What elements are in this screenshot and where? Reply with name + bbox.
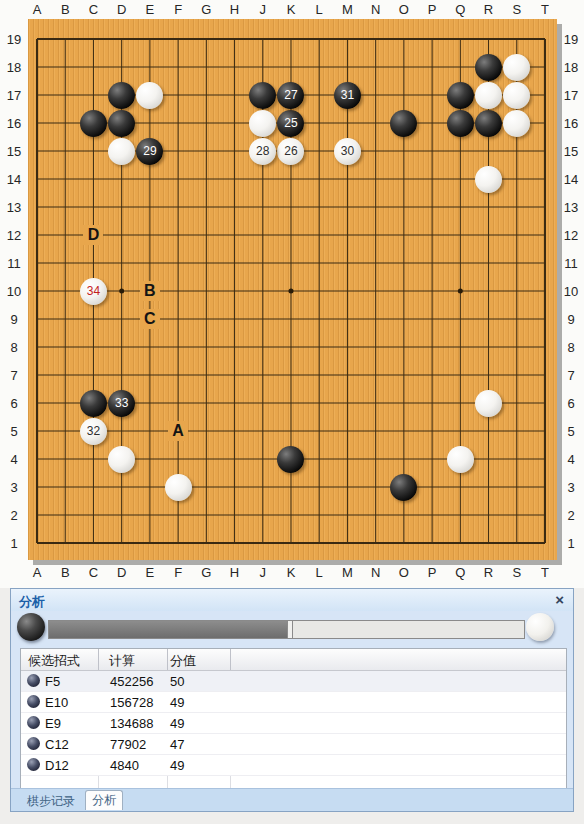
header-cell-score: 分值	[170, 652, 196, 670]
stone-white: 32	[80, 418, 107, 445]
stone-white: 30	[334, 138, 361, 165]
stones-grid: ABCD25262728293031323334	[23, 25, 559, 557]
black-stone-icon	[27, 674, 40, 687]
row-label: 14	[559, 172, 583, 187]
row-label: 16	[2, 116, 26, 131]
column-label: H	[230, 2, 239, 17]
row-label: 10	[559, 284, 583, 299]
column-label: H	[230, 565, 239, 580]
column-label: C	[89, 2, 98, 17]
table-row-E10[interactable]: E1015672849	[21, 692, 566, 713]
tab-strip: 棋步记录 分析	[11, 788, 573, 811]
column-label: R	[484, 2, 493, 17]
row-label: 9	[2, 312, 26, 327]
column-label: B	[61, 2, 70, 17]
winrate-bar-fill	[49, 621, 289, 638]
board-section: ABCDEFGHJKLMNOPQRST ABCDEFGHJKLMNOPQRST …	[0, 0, 584, 588]
move-cell: F5	[45, 674, 60, 689]
winrate-bar	[48, 620, 525, 639]
column-label: L	[316, 2, 323, 17]
panel-title: 分析	[19, 593, 45, 611]
move-cell: E10	[45, 695, 68, 710]
score-cell: 49	[170, 695, 184, 710]
column-label: Q	[455, 2, 465, 17]
black-stone-icon	[17, 613, 45, 641]
stone-black	[80, 390, 107, 417]
analysis-panel: 分析 × 候选招式 计算 分值 F545225650E1015672849E91…	[10, 588, 574, 812]
row-label: 15	[559, 144, 583, 159]
stone-white: 28	[249, 138, 276, 165]
black-stone-icon	[27, 716, 40, 729]
column-label: O	[399, 565, 409, 580]
column-label: Q	[455, 565, 465, 580]
stone-white	[475, 166, 502, 193]
column-label: R	[484, 565, 493, 580]
row-label: 6	[559, 396, 583, 411]
stone-white	[503, 54, 530, 81]
stone-black	[277, 446, 304, 473]
visits-cell: 77902	[110, 737, 146, 752]
column-label: D	[117, 565, 126, 580]
column-label: D	[117, 2, 126, 17]
stone-white: 34	[80, 278, 107, 305]
header-cell-calc: 计算	[109, 652, 135, 670]
column-label: E	[146, 565, 155, 580]
black-stone-icon	[27, 758, 40, 771]
row-label: 19	[2, 32, 26, 47]
row-label: 17	[559, 88, 583, 103]
stone-number: 34	[87, 285, 100, 297]
score-cell: 49	[170, 716, 184, 731]
column-label: O	[399, 2, 409, 17]
row-label: 19	[559, 32, 583, 47]
row-label: 6	[2, 396, 26, 411]
column-label: J	[260, 2, 267, 17]
stone-black	[447, 110, 474, 137]
row-label: 7	[2, 368, 26, 383]
row-label: 18	[2, 60, 26, 75]
column-label: A	[33, 565, 42, 580]
column-label: C	[89, 565, 98, 580]
row-label: 2	[559, 508, 583, 523]
stone-black	[249, 82, 276, 109]
row-label: 4	[2, 452, 26, 467]
stone-white	[249, 110, 276, 137]
black-stone-icon	[27, 695, 40, 708]
bottom-strip	[0, 812, 584, 824]
stone-white	[447, 446, 474, 473]
row-label: 15	[2, 144, 26, 159]
column-label: J	[260, 565, 267, 580]
column-label: N	[371, 565, 380, 580]
stone-number: 28	[256, 145, 269, 157]
visits-cell: 4840	[110, 758, 139, 773]
row-label: 14	[2, 172, 26, 187]
close-icon[interactable]: ×	[555, 591, 564, 608]
column-label: T	[541, 2, 549, 17]
panel-titlebar: 分析 ×	[11, 589, 573, 611]
stone-white	[136, 82, 163, 109]
column-label: M	[342, 565, 353, 580]
stone-black	[108, 82, 135, 109]
stone-number: 33	[115, 397, 128, 409]
visits-cell: 156728	[110, 695, 153, 710]
move-cell: D12	[45, 758, 69, 773]
go-board[interactable]: ABCD25262728293031323334	[28, 19, 557, 560]
score-cell: 47	[170, 737, 184, 752]
column-label: S	[512, 565, 521, 580]
row-label: 11	[559, 256, 583, 271]
row-label: 18	[559, 60, 583, 75]
row-label: 3	[559, 480, 583, 495]
visits-cell: 134688	[110, 716, 153, 731]
column-label: L	[316, 565, 323, 580]
stone-white	[108, 138, 135, 165]
row-label: 8	[559, 340, 583, 355]
column-label: B	[61, 565, 70, 580]
header-divider	[98, 649, 99, 670]
header-cell-move: 候选招式	[28, 652, 80, 670]
row-label: 16	[559, 116, 583, 131]
stone-black: 33	[108, 390, 135, 417]
row-label: 3	[2, 480, 26, 495]
move-label-D: D	[83, 225, 103, 245]
column-label: P	[428, 2, 437, 17]
stone-black	[108, 110, 135, 137]
stone-black: 27	[277, 82, 304, 109]
stone-black: 31	[334, 82, 361, 109]
column-label: G	[201, 565, 211, 580]
stone-white	[503, 110, 530, 137]
stone-white	[108, 446, 135, 473]
table-row-E9[interactable]: E913468849	[21, 713, 566, 734]
move-label-B: B	[140, 281, 160, 301]
stone-black	[447, 82, 474, 109]
column-label: M	[342, 2, 353, 17]
stone-number: 27	[284, 89, 297, 101]
stone-black	[475, 54, 502, 81]
row-label: 7	[559, 368, 583, 383]
row-label: 5	[2, 424, 26, 439]
column-label: F	[174, 565, 182, 580]
stone-black: 29	[136, 138, 163, 165]
row-label: 12	[559, 228, 583, 243]
row-label: 1	[559, 536, 583, 551]
row-label: 11	[2, 256, 26, 271]
tab-analysis[interactable]: 分析	[85, 790, 123, 810]
stone-number: 32	[87, 425, 100, 437]
visits-cell: 452256	[110, 674, 153, 689]
score-cell: 50	[170, 674, 184, 689]
column-label: S	[512, 2, 521, 17]
winrate-bar-thumb	[287, 620, 293, 639]
header-divider	[230, 649, 231, 670]
column-label: K	[287, 565, 296, 580]
column-label: P	[428, 565, 437, 580]
stone-number: 25	[284, 117, 297, 129]
stone-black: 25	[277, 110, 304, 137]
black-stone-icon	[27, 737, 40, 750]
column-label: F	[174, 2, 182, 17]
stone-white	[475, 390, 502, 417]
column-label: N	[371, 2, 380, 17]
row-label: 13	[2, 200, 26, 215]
table-header-row: 候选招式 计算 分值	[21, 649, 566, 671]
move-label-A: A	[168, 421, 188, 441]
column-label: T	[541, 565, 549, 580]
column-label: K	[287, 2, 296, 17]
stone-number: 31	[341, 89, 354, 101]
row-label: 8	[2, 340, 26, 355]
stone-black	[390, 474, 417, 501]
row-label: 17	[2, 88, 26, 103]
table-row-F5[interactable]: F545225650	[21, 671, 566, 692]
stone-black	[475, 110, 502, 137]
candidates-table: 候选招式 计算 分值 F545225650E1015672849E9134688…	[20, 648, 567, 789]
column-label: A	[33, 2, 42, 17]
row-label: 4	[559, 452, 583, 467]
move-label-C: C	[140, 309, 160, 329]
stone-white	[165, 474, 192, 501]
row-label: 12	[2, 228, 26, 243]
row-label: 2	[2, 508, 26, 523]
stone-black	[390, 110, 417, 137]
header-divider	[167, 649, 168, 670]
table-rows: F545225650E1015672849E913468849C12779024…	[21, 671, 566, 776]
stone-black	[80, 110, 107, 137]
stone-white	[475, 82, 502, 109]
score-cell: 49	[170, 758, 184, 773]
stone-number: 29	[143, 145, 156, 157]
row-label: 5	[559, 424, 583, 439]
column-label: G	[201, 2, 211, 17]
move-cell: C12	[45, 737, 69, 752]
row-label: 1	[2, 536, 26, 551]
row-label: 13	[559, 200, 583, 215]
move-cell: E9	[45, 716, 61, 731]
table-row-D12[interactable]: D12484049	[21, 755, 566, 776]
table-row-C12[interactable]: C127790247	[21, 734, 566, 755]
stone-number: 26	[284, 145, 297, 157]
column-label: E	[146, 2, 155, 17]
row-label: 9	[559, 312, 583, 327]
row-label: 10	[2, 284, 26, 299]
white-stone-icon	[526, 613, 554, 641]
stone-white	[503, 82, 530, 109]
stone-number: 30	[341, 145, 354, 157]
tab-move-record[interactable]: 棋步记录	[27, 793, 75, 810]
stone-white: 26	[277, 138, 304, 165]
